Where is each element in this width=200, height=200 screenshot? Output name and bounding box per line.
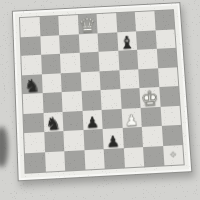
square-g7 xyxy=(136,30,156,50)
square-f5 xyxy=(119,69,140,89)
square-c2 xyxy=(63,130,84,151)
square-f7: ♝ xyxy=(117,31,137,51)
square-b4 xyxy=(42,92,62,112)
square-c8 xyxy=(58,15,78,35)
square-h5 xyxy=(158,67,179,87)
square-e6 xyxy=(99,51,119,71)
square-e4 xyxy=(101,89,122,109)
corner-motif-icon: ❖ xyxy=(163,145,184,166)
square-g2 xyxy=(142,126,163,147)
square-e1 xyxy=(104,148,125,169)
square-e7 xyxy=(98,32,118,52)
square-a2 xyxy=(24,132,44,153)
shadow-smudge xyxy=(0,127,8,167)
square-g6 xyxy=(137,49,157,69)
square-e8 xyxy=(97,13,117,33)
square-d8: ♛ xyxy=(77,14,97,34)
piece-white-king: ♚ xyxy=(140,88,159,109)
square-d3: ♟ xyxy=(82,109,103,130)
square-c4 xyxy=(62,91,82,111)
board-frame: ♛♝♞♚♞♟♟♟❖ xyxy=(12,2,192,181)
chess-board: ♛♝♞♚♞♟♟♟❖ xyxy=(20,10,184,173)
square-d5 xyxy=(80,71,100,91)
square-c3 xyxy=(63,110,83,131)
square-d1 xyxy=(84,149,105,170)
board-photo: ♛♝♞♚♞♟♟♟❖ xyxy=(0,0,200,200)
square-h1: ❖ xyxy=(163,145,184,166)
square-a1 xyxy=(25,152,46,173)
square-e3 xyxy=(102,108,123,129)
square-c6 xyxy=(60,53,80,73)
square-e5 xyxy=(100,70,120,90)
piece-white-pawn: ♟ xyxy=(124,113,138,129)
square-f8 xyxy=(116,12,136,32)
piece-black-pawn: ♟ xyxy=(85,115,99,131)
piece-black-knight: ♞ xyxy=(24,76,41,95)
square-a6 xyxy=(21,55,41,75)
square-c1 xyxy=(64,150,85,171)
square-b8 xyxy=(39,16,59,36)
square-a3 xyxy=(23,113,43,134)
square-h3 xyxy=(160,105,181,126)
square-c7 xyxy=(59,34,79,54)
square-a4 xyxy=(23,93,43,113)
square-h6 xyxy=(156,48,177,68)
square-b1 xyxy=(45,151,66,172)
square-c5 xyxy=(61,72,81,92)
square-b5 xyxy=(41,73,61,93)
square-h4 xyxy=(159,86,180,106)
square-g4: ♚ xyxy=(139,87,160,107)
square-d4 xyxy=(81,90,101,110)
square-f2 xyxy=(122,127,143,148)
piece-white-queen: ♛ xyxy=(78,15,97,35)
square-f4 xyxy=(120,88,141,108)
square-d6 xyxy=(79,52,99,72)
square-f1 xyxy=(123,147,144,168)
square-b6 xyxy=(41,54,61,74)
square-f6 xyxy=(118,50,138,70)
square-a5: ♞ xyxy=(22,74,42,94)
square-d2 xyxy=(83,129,104,150)
square-a7 xyxy=(21,36,41,56)
square-h8 xyxy=(154,10,174,30)
piece-black-bishop: ♝ xyxy=(119,33,136,51)
board-tilt-wrapper: ♛♝♞♚♞♟♟♟❖ xyxy=(12,2,192,181)
square-a8 xyxy=(20,17,40,37)
square-e2: ♟ xyxy=(103,128,124,149)
piece-black-knight: ♞ xyxy=(45,114,62,133)
piece-black-pawn: ♟ xyxy=(106,134,120,150)
square-f3: ♟ xyxy=(121,107,142,128)
square-b7 xyxy=(40,35,60,55)
square-h2 xyxy=(161,125,182,146)
square-b2 xyxy=(44,131,64,152)
square-b3: ♞ xyxy=(43,111,63,132)
square-g8 xyxy=(135,11,155,31)
square-h7 xyxy=(155,29,175,49)
square-g1 xyxy=(143,146,164,167)
